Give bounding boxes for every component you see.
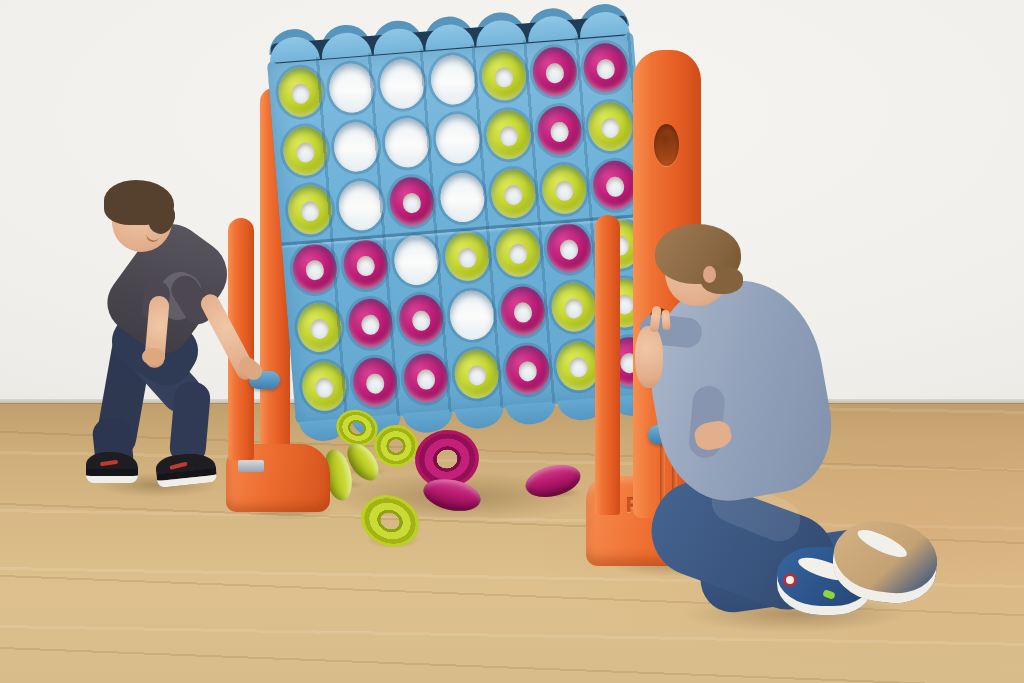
cell-r2c2[interactable] bbox=[328, 116, 384, 179]
magenta-disc bbox=[535, 104, 583, 156]
right-child-ear bbox=[703, 266, 716, 283]
cell-r1c1[interactable] bbox=[272, 61, 328, 124]
cell-r6c4[interactable] bbox=[448, 343, 504, 406]
green-disc bbox=[540, 163, 588, 215]
magenta-disc bbox=[530, 46, 578, 98]
green-disc bbox=[295, 301, 343, 353]
magenta-disc bbox=[351, 356, 399, 408]
green-disc bbox=[586, 100, 634, 152]
left-child bbox=[70, 180, 300, 510]
magenta-disc bbox=[402, 352, 450, 404]
shoe-logo bbox=[100, 460, 118, 466]
empty-hole bbox=[332, 121, 380, 173]
left-child-shoe bbox=[86, 452, 138, 483]
cell-r2c4[interactable] bbox=[430, 107, 486, 170]
magenta-disc bbox=[503, 344, 551, 396]
scallop-bump bbox=[454, 405, 505, 430]
shoe-logo bbox=[783, 573, 797, 587]
shoe-stripe bbox=[854, 525, 910, 562]
left-child-left-hand bbox=[142, 348, 165, 365]
cell-r4c3[interactable] bbox=[388, 229, 444, 292]
right-child-left-hand bbox=[635, 326, 663, 388]
cell-r1c4[interactable] bbox=[425, 49, 481, 112]
cell-r4c2[interactable] bbox=[337, 233, 393, 296]
empty-hole bbox=[448, 289, 496, 341]
cell-r4c5[interactable] bbox=[490, 221, 546, 284]
empty-hole bbox=[438, 171, 486, 223]
cell-r2c6[interactable] bbox=[531, 99, 587, 162]
empty-hole bbox=[392, 234, 440, 286]
cell-r1c2[interactable] bbox=[323, 57, 379, 120]
cell-r6c3[interactable] bbox=[398, 347, 454, 410]
cell-r5c4[interactable] bbox=[444, 284, 500, 347]
green-disc bbox=[452, 348, 500, 400]
scallop-bump bbox=[372, 27, 424, 55]
green-disc bbox=[494, 226, 542, 278]
scallop-bump bbox=[527, 14, 579, 42]
cell-r1c5[interactable] bbox=[476, 44, 532, 107]
cell-r3c5[interactable] bbox=[485, 162, 541, 225]
green-disc bbox=[484, 109, 532, 161]
magenta-disc bbox=[341, 238, 389, 290]
empty-hole bbox=[433, 113, 481, 165]
scallop-bump bbox=[578, 10, 630, 38]
cell-r6c1[interactable] bbox=[296, 355, 352, 418]
scene: FEBER bbox=[0, 0, 1024, 683]
green-disc bbox=[489, 167, 537, 219]
cell-r3c3[interactable] bbox=[383, 170, 439, 233]
cell-r1c6[interactable] bbox=[526, 40, 582, 103]
cell-r1c3[interactable] bbox=[374, 53, 430, 116]
magenta-disc bbox=[397, 293, 445, 345]
magenta-disc bbox=[498, 285, 546, 337]
empty-hole bbox=[327, 62, 375, 114]
scallop-bump bbox=[268, 35, 320, 63]
leg-hole-upper bbox=[654, 124, 679, 166]
shoe-logo bbox=[169, 462, 187, 470]
cell-r3c6[interactable] bbox=[536, 158, 592, 221]
cell-r3c2[interactable] bbox=[333, 174, 389, 237]
loose-disc-green[interactable] bbox=[374, 425, 418, 467]
empty-hole bbox=[429, 54, 477, 106]
magenta-disc bbox=[545, 222, 593, 274]
magenta-disc bbox=[581, 42, 629, 94]
green-disc bbox=[281, 125, 329, 177]
scallop-bump bbox=[423, 23, 475, 51]
cell-r3c4[interactable] bbox=[434, 166, 490, 229]
cell-r2c3[interactable] bbox=[379, 111, 435, 174]
left-child-shoe bbox=[155, 451, 218, 488]
scallop-bump bbox=[320, 31, 372, 59]
cell-r4c6[interactable] bbox=[541, 217, 597, 280]
scallop-bump bbox=[475, 18, 527, 46]
cell-r5c2[interactable] bbox=[342, 292, 398, 355]
cell-r5c3[interactable] bbox=[393, 288, 449, 351]
shoe-lace bbox=[822, 589, 836, 600]
empty-hole bbox=[378, 58, 426, 110]
empty-hole bbox=[336, 180, 384, 232]
cell-r5c5[interactable] bbox=[495, 280, 551, 343]
green-disc bbox=[549, 281, 597, 333]
green-disc bbox=[300, 360, 348, 412]
empty-hole bbox=[383, 117, 431, 169]
green-disc bbox=[443, 230, 491, 282]
scallop-bump bbox=[506, 401, 557, 426]
cell-r4c4[interactable] bbox=[439, 225, 495, 288]
cell-r6c5[interactable] bbox=[499, 338, 555, 401]
cell-r5c6[interactable] bbox=[545, 276, 601, 339]
cell-r1c7[interactable] bbox=[577, 36, 633, 99]
green-disc bbox=[480, 50, 528, 102]
cell-r6c2[interactable] bbox=[347, 351, 403, 414]
cell-r2c5[interactable] bbox=[480, 103, 536, 166]
right-child-finger bbox=[661, 310, 670, 331]
green-disc bbox=[276, 66, 324, 118]
magenta-disc bbox=[387, 176, 435, 228]
magenta-disc bbox=[346, 297, 394, 349]
cell-r2c7[interactable] bbox=[582, 95, 638, 158]
right-child-sweater bbox=[636, 269, 843, 512]
cell-r2c1[interactable] bbox=[277, 120, 333, 183]
magenta-disc bbox=[591, 159, 639, 211]
right-child bbox=[615, 222, 950, 652]
